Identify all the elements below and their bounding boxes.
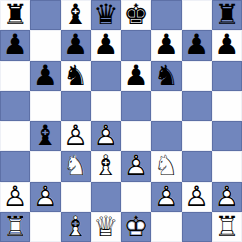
white-pawn-icon[interactable]: ♟♙ — [0, 182, 30, 212]
black-king-icon[interactable]: ♚ — [121, 0, 151, 30]
square-e1[interactable]: ♚♔ — [121, 212, 151, 242]
square-d2[interactable] — [91, 182, 121, 212]
square-f5[interactable] — [151, 91, 181, 121]
square-c8[interactable]: ♝ — [61, 0, 91, 30]
white-bishop-icon[interactable]: ♝♗ — [91, 151, 121, 181]
piece-outline-glyph: ♙ — [212, 182, 242, 212]
square-g6[interactable] — [182, 61, 212, 91]
square-a5[interactable] — [0, 91, 30, 121]
square-d6[interactable] — [91, 61, 121, 91]
square-g3[interactable] — [182, 151, 212, 181]
square-f4[interactable] — [151, 121, 181, 151]
square-c3[interactable]: ♞♘ — [61, 151, 91, 181]
black-bishop-icon[interactable]: ♝ — [61, 0, 91, 30]
piece-outline-glyph: ♙ — [182, 182, 212, 212]
square-b5[interactable] — [30, 91, 60, 121]
white-pawn-icon[interactable]: ♟♙ — [151, 182, 181, 212]
piece-outline-glyph: ♙ — [151, 182, 181, 212]
piece-outline-glyph: ♘ — [151, 151, 181, 181]
square-g2[interactable]: ♟♙ — [182, 182, 212, 212]
square-h3[interactable] — [212, 151, 242, 181]
chess-board: ♜♝♛♚♜♟♟♟♟♟♟♟♞♟♞♝♟♙♟♙♞♘♝♗♟♙♞♘♟♙♟♙♟♙♟♙♟♙♜♖… — [0, 0, 242, 242]
square-g4[interactable] — [182, 121, 212, 151]
piece-outline-glyph: ♕ — [91, 212, 121, 242]
square-h4[interactable] — [212, 121, 242, 151]
square-c1[interactable]: ♝♗ — [61, 212, 91, 242]
square-a4[interactable] — [0, 121, 30, 151]
piece-outline-glyph: ♗ — [91, 151, 121, 181]
square-d5[interactable] — [91, 91, 121, 121]
black-pawn-icon[interactable]: ♟ — [182, 30, 212, 60]
square-b2[interactable]: ♟♙ — [30, 182, 60, 212]
black-pawn-icon[interactable]: ♟ — [151, 30, 181, 60]
square-a2[interactable]: ♟♙ — [0, 182, 30, 212]
square-b6[interactable]: ♟ — [30, 61, 60, 91]
square-h6[interactable] — [212, 61, 242, 91]
square-b7[interactable] — [30, 30, 60, 60]
black-knight-icon[interactable]: ♞ — [151, 61, 181, 91]
square-c6[interactable]: ♞ — [61, 61, 91, 91]
square-f2[interactable]: ♟♙ — [151, 182, 181, 212]
piece-outline-glyph: ♖ — [0, 212, 30, 242]
square-b3[interactable] — [30, 151, 60, 181]
square-h7[interactable]: ♟ — [212, 30, 242, 60]
piece-outline-glyph: ♙ — [121, 151, 151, 181]
square-c5[interactable] — [61, 91, 91, 121]
square-e4[interactable] — [121, 121, 151, 151]
white-knight-icon[interactable]: ♞♘ — [151, 151, 181, 181]
square-h1[interactable]: ♜♖ — [212, 212, 242, 242]
square-e5[interactable] — [121, 91, 151, 121]
square-b1[interactable] — [30, 212, 60, 242]
black-knight-icon[interactable]: ♞ — [61, 61, 91, 91]
white-pawn-icon[interactable]: ♟♙ — [30, 182, 60, 212]
square-a8[interactable]: ♜ — [0, 0, 30, 30]
square-d3[interactable]: ♝♗ — [91, 151, 121, 181]
square-c2[interactable] — [61, 182, 91, 212]
square-g1[interactable] — [182, 212, 212, 242]
white-pawn-icon[interactable]: ♟♙ — [182, 182, 212, 212]
white-rook-icon[interactable]: ♜♖ — [212, 212, 242, 242]
white-queen-icon[interactable]: ♛♕ — [91, 212, 121, 242]
white-rook-icon[interactable]: ♜♖ — [0, 212, 30, 242]
white-bishop-icon[interactable]: ♝♗ — [61, 212, 91, 242]
square-f6[interactable]: ♞ — [151, 61, 181, 91]
piece-outline-glyph: ♙ — [30, 182, 60, 212]
square-d4[interactable]: ♟♙ — [91, 121, 121, 151]
square-a1[interactable]: ♜♖ — [0, 212, 30, 242]
square-d7[interactable]: ♟ — [91, 30, 121, 60]
square-h8[interactable]: ♜ — [212, 0, 242, 30]
white-pawn-icon[interactable]: ♟♙ — [91, 121, 121, 151]
square-f7[interactable]: ♟ — [151, 30, 181, 60]
square-a3[interactable] — [0, 151, 30, 181]
black-pawn-icon[interactable]: ♟ — [121, 61, 151, 91]
white-king-icon[interactable]: ♚♔ — [121, 212, 151, 242]
square-e3[interactable]: ♟♙ — [121, 151, 151, 181]
square-b8[interactable] — [30, 0, 60, 30]
square-g8[interactable] — [182, 0, 212, 30]
square-g5[interactable] — [182, 91, 212, 121]
square-c7[interactable]: ♟ — [61, 30, 91, 60]
piece-outline-glyph: ♔ — [121, 212, 151, 242]
piece-outline-glyph: ♖ — [212, 212, 242, 242]
piece-outline-glyph: ♙ — [61, 121, 91, 151]
square-a7[interactable]: ♟ — [0, 30, 30, 60]
piece-outline-glyph: ♙ — [0, 182, 30, 212]
piece-outline-glyph: ♗ — [61, 212, 91, 242]
white-knight-icon[interactable]: ♞♘ — [61, 151, 91, 181]
square-a6[interactable] — [0, 61, 30, 91]
square-e8[interactable]: ♚ — [121, 0, 151, 30]
square-f3[interactable]: ♞♘ — [151, 151, 181, 181]
square-h2[interactable]: ♟♙ — [212, 182, 242, 212]
black-pawn-icon[interactable]: ♟ — [91, 30, 121, 60]
piece-outline-glyph: ♘ — [61, 151, 91, 181]
square-g7[interactable]: ♟ — [182, 30, 212, 60]
square-b4[interactable]: ♝ — [30, 121, 60, 151]
square-e2[interactable] — [121, 182, 151, 212]
square-c4[interactable]: ♟♙ — [61, 121, 91, 151]
white-pawn-icon[interactable]: ♟♙ — [212, 182, 242, 212]
square-f1[interactable] — [151, 212, 181, 242]
black-bishop-icon[interactable]: ♝ — [30, 121, 60, 151]
white-pawn-icon[interactable]: ♟♙ — [121, 151, 151, 181]
piece-outline-glyph: ♙ — [91, 121, 121, 151]
square-e6[interactable]: ♟ — [121, 61, 151, 91]
black-pawn-icon[interactable]: ♟ — [0, 30, 30, 60]
square-f8[interactable] — [151, 0, 181, 30]
black-rook-icon[interactable]: ♜ — [0, 0, 30, 30]
square-d1[interactable]: ♛♕ — [91, 212, 121, 242]
black-rook-icon[interactable]: ♜ — [212, 0, 242, 30]
square-h5[interactable] — [212, 91, 242, 121]
square-e7[interactable] — [121, 30, 151, 60]
black-pawn-icon[interactable]: ♟ — [212, 30, 242, 60]
black-pawn-icon[interactable]: ♟ — [30, 61, 60, 91]
black-queen-icon[interactable]: ♛ — [91, 0, 121, 30]
black-pawn-icon[interactable]: ♟ — [61, 30, 91, 60]
white-pawn-icon[interactable]: ♟♙ — [61, 121, 91, 151]
square-d8[interactable]: ♛ — [91, 0, 121, 30]
